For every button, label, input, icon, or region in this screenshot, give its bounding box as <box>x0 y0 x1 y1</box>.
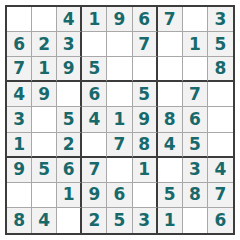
sudoku-cell-r2c3: 3 <box>57 32 82 57</box>
sudoku-cell-r4c5[interactable] <box>107 82 132 107</box>
sudoku-cell-r1c2[interactable] <box>32 7 57 32</box>
sudoku-cell-r1c7: 7 <box>158 7 183 32</box>
sudoku-page: 4196736237157195849657354198612784595671… <box>0 0 240 240</box>
sudoku-cell-r7c9: 4 <box>208 158 233 183</box>
sudoku-cell-r5c9[interactable] <box>208 107 233 132</box>
sudoku-cell-r5c5: 1 <box>107 107 132 132</box>
sudoku-cell-r2c9: 5 <box>208 32 233 57</box>
sudoku-cell-r9c2: 4 <box>32 208 57 233</box>
sudoku-cell-r1c8[interactable] <box>183 7 208 32</box>
sudoku-cell-r4c2: 9 <box>32 82 57 107</box>
sudoku-cell-r1c6: 6 <box>133 7 158 32</box>
sudoku-cell-r3c9: 8 <box>208 57 233 82</box>
sudoku-cell-r7c7[interactable] <box>158 158 183 183</box>
sudoku-cell-r2c5[interactable] <box>107 32 132 57</box>
sudoku-cell-r6c8: 5 <box>183 133 208 158</box>
sudoku-cell-r7c3: 6 <box>57 158 82 183</box>
sudoku-cell-r9c9: 6 <box>208 208 233 233</box>
sudoku-cell-r6c6: 8 <box>133 133 158 158</box>
sudoku-cell-r5c6: 9 <box>133 107 158 132</box>
sudoku-cell-r2c4[interactable] <box>82 32 107 57</box>
sudoku-cell-r3c5[interactable] <box>107 57 132 82</box>
sudoku-cell-r3c1: 7 <box>7 57 32 82</box>
sudoku-cell-r7c5[interactable] <box>107 158 132 183</box>
sudoku-cell-r8c2[interactable] <box>32 183 57 208</box>
sudoku-cell-r1c9: 3 <box>208 7 233 32</box>
sudoku-cell-r3c7[interactable] <box>158 57 183 82</box>
sudoku-cell-r3c6[interactable] <box>133 57 158 82</box>
sudoku-cell-r7c2: 5 <box>32 158 57 183</box>
sudoku-cell-r5c4: 4 <box>82 107 107 132</box>
sudoku-cell-r6c2[interactable] <box>32 133 57 158</box>
sudoku-cell-r5c3: 5 <box>57 107 82 132</box>
sudoku-cell-r3c8[interactable] <box>183 57 208 82</box>
sudoku-cell-r6c7: 4 <box>158 133 183 158</box>
sudoku-cell-r9c7: 1 <box>158 208 183 233</box>
sudoku-cell-r4c6: 5 <box>133 82 158 107</box>
sudoku-cell-r6c9[interactable] <box>208 133 233 158</box>
sudoku-cell-r8c8: 8 <box>183 183 208 208</box>
sudoku-cell-r1c3: 4 <box>57 7 82 32</box>
sudoku-cell-r8c3: 1 <box>57 183 82 208</box>
sudoku-cell-r9c5: 5 <box>107 208 132 233</box>
sudoku-cell-r8c7: 5 <box>158 183 183 208</box>
sudoku-cell-r4c8: 7 <box>183 82 208 107</box>
sudoku-cell-r4c9[interactable] <box>208 82 233 107</box>
sudoku-cell-r4c1: 4 <box>7 82 32 107</box>
sudoku-cell-r7c1: 9 <box>7 158 32 183</box>
sudoku-cell-r8c4: 9 <box>82 183 107 208</box>
sudoku-cell-r2c8: 1 <box>183 32 208 57</box>
sudoku-board: 4196736237157195849657354198612784595671… <box>5 5 235 235</box>
sudoku-cell-r5c7: 8 <box>158 107 183 132</box>
sudoku-cell-r7c4: 7 <box>82 158 107 183</box>
sudoku-cell-r8c5: 6 <box>107 183 132 208</box>
sudoku-cell-r3c2: 1 <box>32 57 57 82</box>
sudoku-cell-r9c6: 3 <box>133 208 158 233</box>
sudoku-cell-r4c4: 6 <box>82 82 107 107</box>
sudoku-cell-r4c3[interactable] <box>57 82 82 107</box>
sudoku-cell-r2c6: 7 <box>133 32 158 57</box>
sudoku-cell-r1c4: 1 <box>82 7 107 32</box>
sudoku-cell-r2c1: 6 <box>7 32 32 57</box>
sudoku-cell-r8c1[interactable] <box>7 183 32 208</box>
sudoku-cell-r3c4: 5 <box>82 57 107 82</box>
sudoku-cell-r7c6: 1 <box>133 158 158 183</box>
sudoku-cell-r7c8: 3 <box>183 158 208 183</box>
sudoku-cell-r5c1: 3 <box>7 107 32 132</box>
sudoku-cell-r2c2: 2 <box>32 32 57 57</box>
sudoku-cell-r2c7[interactable] <box>158 32 183 57</box>
sudoku-cell-r5c2[interactable] <box>32 107 57 132</box>
sudoku-cell-r1c5: 9 <box>107 7 132 32</box>
sudoku-cell-r1c1[interactable] <box>7 7 32 32</box>
sudoku-cell-r6c3: 2 <box>57 133 82 158</box>
sudoku-cell-r4c7[interactable] <box>158 82 183 107</box>
sudoku-cell-r6c5: 7 <box>107 133 132 158</box>
sudoku-cell-r6c4[interactable] <box>82 133 107 158</box>
sudoku-cell-r8c9: 7 <box>208 183 233 208</box>
sudoku-cell-r9c4: 2 <box>82 208 107 233</box>
sudoku-cell-r5c8: 6 <box>183 107 208 132</box>
sudoku-cell-r3c3: 9 <box>57 57 82 82</box>
sudoku-cell-r8c6[interactable] <box>133 183 158 208</box>
sudoku-cell-r6c1: 1 <box>7 133 32 158</box>
sudoku-cell-r9c1: 8 <box>7 208 32 233</box>
sudoku-cell-r9c8[interactable] <box>183 208 208 233</box>
sudoku-cell-r9c3[interactable] <box>57 208 82 233</box>
